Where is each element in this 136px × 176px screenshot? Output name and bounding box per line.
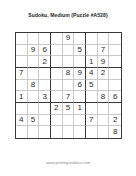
cell-r6c6[interactable] <box>74 91 86 103</box>
cell-r7c2[interactable] <box>28 103 40 115</box>
cell-r8c8[interactable] <box>98 115 110 127</box>
cell-r2c8: 7 <box>98 45 110 57</box>
cell-r2c5[interactable] <box>63 45 75 57</box>
cell-r9c2[interactable] <box>28 126 40 138</box>
cell-r8c6[interactable] <box>74 115 86 127</box>
puzzle-title: Sudoku, Medium (Puzzle #A528) <box>0 12 136 18</box>
cell-r1c7[interactable] <box>86 33 98 45</box>
cell-r2c3: 6 <box>39 45 51 57</box>
cell-r9c6[interactable] <box>74 126 86 138</box>
cell-r8c2: 5 <box>28 115 40 127</box>
cell-r6c4[interactable] <box>51 91 63 103</box>
cell-r6c5: 7 <box>63 91 75 103</box>
cell-r7c9[interactable] <box>109 103 121 115</box>
cell-r8c7: 7 <box>86 115 98 127</box>
cell-r5c7: 5 <box>86 80 98 92</box>
cell-r7c1[interactable] <box>16 103 28 115</box>
cell-r2c6: 5 <box>74 45 86 57</box>
cell-r1c8[interactable] <box>98 33 110 45</box>
cell-r2c2: 9 <box>28 45 40 57</box>
cell-r5c8[interactable] <box>98 80 110 92</box>
cell-r8c4[interactable] <box>51 115 63 127</box>
cell-r6c7[interactable] <box>86 91 98 103</box>
cell-r8c9: 2 <box>109 115 121 127</box>
cell-r3c6[interactable] <box>74 56 86 68</box>
cell-r4c3[interactable] <box>39 68 51 80</box>
cell-r4c6: 9 <box>74 68 86 80</box>
cell-r5c5[interactable] <box>63 80 75 92</box>
cell-r6c1: 1 <box>16 91 28 103</box>
cell-r3c7: 1 <box>86 56 98 68</box>
cell-r9c3[interactable] <box>39 126 51 138</box>
cell-r1c4[interactable] <box>51 33 63 45</box>
cell-r6c3: 3 <box>39 91 51 103</box>
cell-r5c6: 6 <box>74 80 86 92</box>
cell-r7c8[interactable] <box>98 103 110 115</box>
cell-r4c8: 2 <box>98 68 110 80</box>
cell-r3c2[interactable] <box>28 56 40 68</box>
cell-r2c4[interactable] <box>51 45 63 57</box>
cell-r3c4[interactable] <box>51 56 63 68</box>
cell-r2c1[interactable] <box>16 45 28 57</box>
footer-url: www.printmysudoku.com <box>0 160 136 165</box>
cell-r7c5: 5 <box>63 103 75 115</box>
cell-r4c4[interactable] <box>51 68 63 80</box>
cell-r9c1[interactable] <box>16 126 28 138</box>
cell-r3c8: 9 <box>98 56 110 68</box>
cell-r4c2[interactable] <box>28 68 40 80</box>
cell-r7c4: 2 <box>51 103 63 115</box>
cell-r1c2[interactable] <box>28 33 40 45</box>
cell-r2c9[interactable] <box>109 45 121 57</box>
cell-r6c9: 6 <box>109 91 121 103</box>
cell-r9c7[interactable] <box>86 126 98 138</box>
cell-r3c5[interactable] <box>63 56 75 68</box>
cell-r1c3[interactable] <box>39 33 51 45</box>
cell-r5c1[interactable] <box>16 80 28 92</box>
cell-r5c2: 8 <box>28 80 40 92</box>
cell-r9c9: 8 <box>109 126 121 138</box>
cell-r9c4[interactable] <box>51 126 63 138</box>
cell-r5c4[interactable] <box>51 80 63 92</box>
cell-r4c7: 4 <box>86 68 98 80</box>
cell-r6c2[interactable] <box>28 91 40 103</box>
sudoku-grid: 99657219789428651378625145728 <box>15 32 122 139</box>
cell-r2c7[interactable] <box>86 45 98 57</box>
cell-r7c3[interactable] <box>39 103 51 115</box>
cell-r4c9[interactable] <box>109 68 121 80</box>
cell-r9c8[interactable] <box>98 126 110 138</box>
cell-r5c9[interactable] <box>109 80 121 92</box>
cell-r8c1: 4 <box>16 115 28 127</box>
cell-r3c1[interactable] <box>16 56 28 68</box>
cell-r1c5: 9 <box>63 33 75 45</box>
cell-r7c6: 1 <box>74 103 86 115</box>
cell-r8c3[interactable] <box>39 115 51 127</box>
cell-r7c7[interactable] <box>86 103 98 115</box>
cell-r3c9[interactable] <box>109 56 121 68</box>
cell-r4c1: 7 <box>16 68 28 80</box>
cell-r3c3: 2 <box>39 56 51 68</box>
cell-r1c6[interactable] <box>74 33 86 45</box>
cell-r1c1[interactable] <box>16 33 28 45</box>
cell-r1c9[interactable] <box>109 33 121 45</box>
cell-r5c3[interactable] <box>39 80 51 92</box>
cell-r8c5[interactable] <box>63 115 75 127</box>
cell-r6c8: 8 <box>98 91 110 103</box>
cell-r4c5: 8 <box>63 68 75 80</box>
cell-r9c5[interactable] <box>63 126 75 138</box>
